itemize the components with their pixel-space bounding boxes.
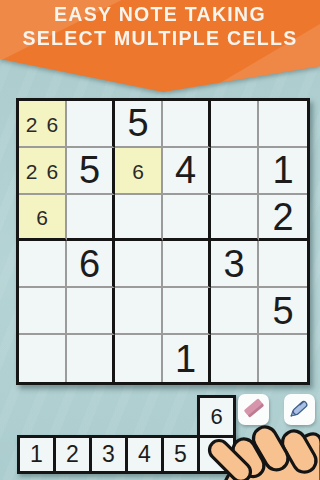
cell-r3c1[interactable]: 6 bbox=[19, 195, 67, 242]
keypad-button-1[interactable]: 1 bbox=[17, 435, 56, 474]
keypad-button-5[interactable]: 5 bbox=[161, 435, 200, 474]
cell-r1c4[interactable] bbox=[163, 101, 211, 148]
cell-r5c6[interactable]: 5 bbox=[259, 288, 307, 335]
cell-r3c2[interactable] bbox=[67, 195, 115, 242]
cell-r4c4[interactable] bbox=[163, 241, 211, 288]
cell-r3c6[interactable]: 2 bbox=[259, 195, 307, 242]
cell-r3c4[interactable] bbox=[163, 195, 211, 242]
cell-r6c2[interactable] bbox=[67, 335, 115, 382]
cell-value: 5 bbox=[272, 292, 293, 330]
cell-notes: 6 bbox=[132, 161, 144, 182]
cell-r1c1[interactable]: 26 bbox=[19, 101, 67, 148]
banner: EASY NOTE TAKING SELECT MULTIPLE CELLS bbox=[0, 0, 320, 92]
cell-r6c1[interactable] bbox=[19, 335, 67, 382]
cell-r4c1[interactable] bbox=[19, 241, 67, 288]
cell-r3c3[interactable] bbox=[115, 195, 163, 242]
keypad-button-6[interactable] bbox=[197, 435, 236, 474]
cell-value: 6 bbox=[79, 245, 100, 283]
cell-r2c6[interactable]: 1 bbox=[259, 148, 307, 195]
keypad-button-4[interactable]: 4 bbox=[125, 435, 164, 474]
cell-r2c4[interactable]: 4 bbox=[163, 148, 211, 195]
cell-value: 1 bbox=[272, 151, 293, 189]
keypad: 12345 bbox=[17, 435, 236, 474]
banner-ribbon: EASY NOTE TAKING SELECT MULTIPLE CELLS bbox=[0, 0, 320, 92]
cell-r5c4[interactable] bbox=[163, 288, 211, 335]
cell-r5c3[interactable] bbox=[115, 288, 163, 335]
keypad-button-2[interactable]: 2 bbox=[53, 435, 92, 474]
cell-r4c5[interactable]: 3 bbox=[211, 241, 259, 288]
cell-r2c3[interactable]: 6 bbox=[115, 148, 163, 195]
pen-button[interactable] bbox=[284, 394, 315, 425]
cell-r5c2[interactable] bbox=[67, 288, 115, 335]
cell-r6c3[interactable] bbox=[115, 335, 163, 382]
cell-value: 1 bbox=[175, 340, 196, 378]
cell-r2c5[interactable] bbox=[211, 148, 259, 195]
cell-notes: 26 bbox=[26, 161, 58, 182]
cell-value: 5 bbox=[127, 104, 148, 142]
cell-r6c5[interactable] bbox=[211, 335, 259, 382]
cell-r1c5[interactable] bbox=[211, 101, 259, 148]
sudoku-board: 265265641626351 bbox=[16, 98, 310, 385]
pen-icon bbox=[287, 395, 313, 425]
cell-r6c4[interactable]: 1 bbox=[163, 335, 211, 382]
cell-r4c6[interactable] bbox=[259, 241, 307, 288]
cell-value: 5 bbox=[79, 151, 100, 189]
cell-r2c2[interactable]: 5 bbox=[67, 148, 115, 195]
cell-value: 2 bbox=[272, 198, 293, 236]
cell-r2c1[interactable]: 26 bbox=[19, 148, 67, 195]
cell-notes: 6 bbox=[36, 207, 48, 228]
cell-r4c3[interactable] bbox=[115, 241, 163, 288]
hand-palm bbox=[225, 434, 320, 480]
keypad-button-3[interactable]: 3 bbox=[89, 435, 128, 474]
banner-title-line1: EASY NOTE TAKING bbox=[0, 5, 320, 25]
banner-title-line2: SELECT MULTIPLE CELLS bbox=[0, 29, 320, 49]
keypad-popup-value: 6 bbox=[197, 395, 236, 438]
cell-r1c6[interactable] bbox=[259, 101, 307, 148]
cell-notes: 26 bbox=[26, 114, 58, 135]
eraser-button[interactable] bbox=[238, 394, 269, 425]
cell-r1c2[interactable] bbox=[67, 101, 115, 148]
cell-r1c3[interactable]: 5 bbox=[115, 101, 163, 148]
cell-r6c6[interactable] bbox=[259, 335, 307, 382]
cell-r5c5[interactable] bbox=[211, 288, 259, 335]
cell-value: 3 bbox=[223, 245, 244, 283]
eraser-icon bbox=[241, 395, 267, 425]
cell-r3c5[interactable] bbox=[211, 195, 259, 242]
cell-r5c1[interactable] bbox=[19, 288, 67, 335]
cell-r4c2[interactable]: 6 bbox=[67, 241, 115, 288]
cell-value: 4 bbox=[175, 151, 196, 189]
